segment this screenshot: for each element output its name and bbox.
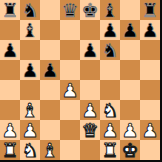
piece-white-pawn: ♟	[121, 120, 138, 140]
square-c8[interactable]	[40, 0, 60, 20]
square-a2[interactable]: ♟	[0, 120, 20, 140]
square-a5[interactable]	[0, 60, 20, 80]
piece-white-pawn: ♟	[81, 100, 98, 120]
square-b1[interactable]: ♞	[20, 140, 40, 160]
piece-white-bishop: ♝	[41, 140, 58, 160]
piece-black-pawn: ♟	[101, 20, 118, 40]
piece-black-pawn: ♟	[141, 20, 158, 40]
piece-black-king: ♚	[81, 0, 98, 20]
square-f7[interactable]: ♟	[100, 20, 120, 40]
piece-black-rook: ♜	[141, 0, 158, 20]
square-d7[interactable]	[60, 20, 80, 40]
square-d1[interactable]	[60, 140, 80, 160]
square-a4[interactable]	[0, 80, 20, 100]
piece-white-knight: ♞	[21, 140, 38, 160]
chess-board: ♜♞♛♚♝♜♝♟♟♟♟♟♞♟♟♟♝♟♞♟♟♛♟♟♟♜♞♝♜♚	[0, 0, 162, 162]
piece-white-rook: ♜	[1, 140, 18, 160]
piece-black-knight: ♞	[101, 40, 118, 60]
piece-white-pawn: ♟	[1, 120, 18, 140]
square-h6[interactable]	[140, 40, 160, 60]
square-d8[interactable]: ♛	[60, 0, 80, 20]
square-b4[interactable]	[20, 80, 40, 100]
piece-black-pawn: ♟	[121, 20, 138, 40]
square-f1[interactable]: ♜	[100, 140, 120, 160]
square-d5[interactable]	[60, 60, 80, 80]
square-g3[interactable]	[120, 100, 140, 120]
square-d3[interactable]	[60, 100, 80, 120]
piece-white-rook: ♜	[101, 140, 118, 160]
piece-white-pawn: ♟	[61, 80, 78, 100]
square-e4[interactable]	[80, 80, 100, 100]
square-f8[interactable]: ♝	[100, 0, 120, 20]
square-a1[interactable]: ♜	[0, 140, 20, 160]
piece-black-rook: ♜	[1, 0, 18, 20]
square-f6[interactable]: ♞	[100, 40, 120, 60]
square-a3[interactable]	[0, 100, 20, 120]
square-c2[interactable]	[40, 120, 60, 140]
piece-black-queen: ♛	[61, 0, 78, 20]
piece-black-pawn: ♟	[1, 40, 18, 60]
square-b7[interactable]: ♝	[20, 20, 40, 40]
square-c5[interactable]: ♟	[40, 60, 60, 80]
square-g5[interactable]	[120, 60, 140, 80]
square-e2[interactable]: ♛	[80, 120, 100, 140]
square-c1[interactable]: ♝	[40, 140, 60, 160]
square-c4[interactable]	[40, 80, 60, 100]
square-a8[interactable]: ♜	[0, 0, 20, 20]
chess-board-wrap: ♜♞♛♚♝♜♝♟♟♟♟♟♞♟♟♟♝♟♞♟♟♛♟♟♟♜♞♝♜♚	[0, 0, 162, 162]
square-h4[interactable]	[140, 80, 160, 100]
piece-white-bishop: ♝	[21, 100, 38, 120]
square-c7[interactable]	[40, 20, 60, 40]
piece-white-pawn: ♟	[21, 120, 38, 140]
square-f4[interactable]	[100, 80, 120, 100]
square-c3[interactable]	[40, 100, 60, 120]
square-a6[interactable]: ♟	[0, 40, 20, 60]
piece-black-bishop: ♝	[101, 0, 118, 20]
square-f2[interactable]: ♟	[100, 120, 120, 140]
square-b8[interactable]: ♞	[20, 0, 40, 20]
piece-black-pawn: ♟	[21, 60, 38, 80]
square-h2[interactable]: ♟	[140, 120, 160, 140]
square-b3[interactable]: ♝	[20, 100, 40, 120]
square-e6[interactable]: ♟	[80, 40, 100, 60]
square-f3[interactable]: ♞	[100, 100, 120, 120]
square-g8[interactable]	[120, 0, 140, 20]
square-h5[interactable]	[140, 60, 160, 80]
square-b5[interactable]: ♟	[20, 60, 40, 80]
square-e3[interactable]: ♟	[80, 100, 100, 120]
piece-white-pawn: ♟	[141, 120, 158, 140]
square-e1[interactable]	[80, 140, 100, 160]
piece-white-queen: ♛	[81, 120, 98, 140]
square-d6[interactable]	[60, 40, 80, 60]
square-g7[interactable]: ♟	[120, 20, 140, 40]
square-c6[interactable]	[40, 40, 60, 60]
square-d2[interactable]	[60, 120, 80, 140]
square-e7[interactable]	[80, 20, 100, 40]
piece-black-pawn: ♟	[81, 40, 98, 60]
piece-white-knight: ♞	[101, 100, 118, 120]
square-d4[interactable]: ♟	[60, 80, 80, 100]
square-h3[interactable]	[140, 100, 160, 120]
square-g4[interactable]	[120, 80, 140, 100]
square-e8[interactable]: ♚	[80, 0, 100, 20]
piece-black-pawn: ♟	[41, 60, 58, 80]
piece-white-king: ♚	[121, 140, 138, 160]
square-b2[interactable]: ♟	[20, 120, 40, 140]
piece-black-knight: ♞	[21, 0, 38, 20]
square-g6[interactable]	[120, 40, 140, 60]
square-h8[interactable]: ♜	[140, 0, 160, 20]
piece-white-pawn: ♟	[101, 120, 118, 140]
square-g1[interactable]: ♚	[120, 140, 140, 160]
square-e5[interactable]	[80, 60, 100, 80]
square-f5[interactable]	[100, 60, 120, 80]
square-h1[interactable]	[140, 140, 160, 160]
square-g2[interactable]: ♟	[120, 120, 140, 140]
square-a7[interactable]	[0, 20, 20, 40]
square-b6[interactable]	[20, 40, 40, 60]
piece-black-bishop: ♝	[21, 20, 38, 40]
square-h7[interactable]: ♟	[140, 20, 160, 40]
